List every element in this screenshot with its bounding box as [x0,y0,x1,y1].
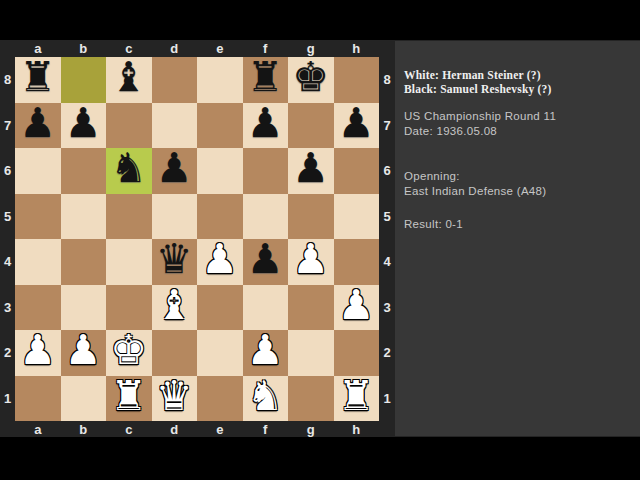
chess-board: ♜♝♜♚♟♟♟♟♞♟♟♛♟♟♟♝♟♟♟♚♟♜♛♞♜ [15,57,379,421]
rank-label-8: 8 [0,57,15,103]
square-c7[interactable] [106,103,152,149]
piece-black-pawn-f7[interactable]: ♟ [247,103,284,144]
square-h5[interactable] [334,194,380,240]
piece-white-queen-d1[interactable]: ♛ [156,376,193,417]
square-d7[interactable] [152,103,198,149]
square-a6[interactable] [15,148,61,194]
rank-label-1: 1 [379,376,395,422]
piece-black-knight-c6[interactable]: ♞ [110,148,147,189]
piece-black-queen-d4[interactable]: ♛ [156,239,193,280]
square-e1[interactable] [197,376,243,422]
piece-black-pawn-d6[interactable]: ♟ [156,148,193,189]
square-e7[interactable] [197,103,243,149]
square-e6[interactable] [197,148,243,194]
square-b2[interactable]: ♟ [61,330,107,376]
piece-white-rook-h1[interactable]: ♜ [338,376,375,417]
piece-black-pawn-h7[interactable]: ♟ [338,103,375,144]
event-line: US Championship Round 11 [404,109,640,124]
rank-label-8: 8 [379,57,395,103]
file-label-b: b [61,40,107,57]
piece-white-knight-f1[interactable]: ♞ [247,376,284,417]
square-b5[interactable] [61,194,107,240]
square-d8[interactable] [152,57,198,103]
square-e5[interactable] [197,194,243,240]
piece-black-pawn-a7[interactable]: ♟ [19,103,56,144]
square-e2[interactable] [197,330,243,376]
rank-label-3: 3 [379,285,395,331]
square-g5[interactable] [288,194,334,240]
rank-label-7: 7 [0,103,15,149]
piece-white-rook-c1[interactable]: ♜ [110,376,147,417]
file-labels-bottom: abcdefgh [15,421,379,437]
square-a3[interactable] [15,285,61,331]
piece-black-pawn-f4[interactable]: ♟ [247,239,284,280]
piece-black-pawn-g6[interactable]: ♟ [292,148,329,189]
piece-white-pawn-g4[interactable]: ♟ [292,239,329,280]
square-e3[interactable] [197,285,243,331]
piece-white-pawn-e4[interactable]: ♟ [201,239,238,280]
square-b4[interactable] [61,239,107,285]
square-d3[interactable]: ♝ [152,285,198,331]
square-d1[interactable]: ♛ [152,376,198,422]
square-g1[interactable] [288,376,334,422]
piece-white-pawn-b2[interactable]: ♟ [65,330,102,371]
file-label-c: c [106,421,152,437]
opening-name: East Indian Defense (A48) [404,184,640,199]
square-g7[interactable] [288,103,334,149]
square-f4[interactable]: ♟ [243,239,289,285]
square-g4[interactable]: ♟ [288,239,334,285]
game-info-sidebar: White: Herman Steiner (?) Black: Samuel … [395,41,640,436]
square-h3[interactable]: ♟ [334,285,380,331]
top-letterbox-bar [0,0,640,40]
square-a1[interactable] [15,376,61,422]
piece-black-pawn-b7[interactable]: ♟ [65,103,102,144]
rank-label-6: 6 [0,148,15,194]
rank-label-5: 5 [379,194,395,240]
square-d2[interactable] [152,330,198,376]
black-player-line: Black: Samuel Reshevsky (?) [404,82,640,96]
square-h1[interactable]: ♜ [334,376,380,422]
file-label-e: e [197,40,243,57]
piece-black-bishop-c8[interactable]: ♝ [110,57,147,98]
white-player-line: White: Herman Steiner (?) [404,68,640,82]
square-b3[interactable] [61,285,107,331]
rank-label-6: 6 [379,148,395,194]
file-label-b: b [61,421,107,437]
piece-white-king-c2[interactable]: ♚ [110,330,147,371]
square-c8[interactable]: ♝ [106,57,152,103]
square-h6[interactable] [334,148,380,194]
file-label-d: d [152,421,198,437]
piece-white-bishop-d3[interactable]: ♝ [156,285,193,326]
square-b7[interactable]: ♟ [61,103,107,149]
square-f7[interactable]: ♟ [243,103,289,149]
file-label-g: g [288,421,334,437]
rank-label-2: 2 [0,330,15,376]
piece-white-pawn-f2[interactable]: ♟ [247,330,284,371]
date-line: Date: 1936.05.08 [404,124,640,139]
piece-white-pawn-a2[interactable]: ♟ [19,330,56,371]
file-label-h: h [334,40,380,57]
square-b1[interactable] [61,376,107,422]
square-b6[interactable] [61,148,107,194]
square-a4[interactable] [15,239,61,285]
rank-label-2: 2 [379,330,395,376]
square-f1[interactable]: ♞ [243,376,289,422]
file-label-h: h [334,421,380,437]
square-h8[interactable] [334,57,380,103]
square-c6[interactable]: ♞ [106,148,152,194]
square-c3[interactable] [106,285,152,331]
square-d6[interactable]: ♟ [152,148,198,194]
square-h4[interactable] [334,239,380,285]
square-f6[interactable] [243,148,289,194]
file-label-d: d [152,40,198,57]
file-label-f: f [243,421,289,437]
square-d5[interactable] [152,194,198,240]
square-c1[interactable]: ♜ [106,376,152,422]
square-f8[interactable]: ♜ [243,57,289,103]
rank-label-5: 5 [0,194,15,240]
bottom-letterbox-bar [0,437,640,480]
opening-label: Openning: [404,169,640,184]
square-g3[interactable] [288,285,334,331]
result-line: Result: 0-1 [404,217,640,232]
square-e8[interactable] [197,57,243,103]
square-a8[interactable]: ♜ [15,57,61,103]
square-e4[interactable]: ♟ [197,239,243,285]
piece-black-rook-f8[interactable]: ♜ [247,57,284,98]
square-b8[interactable] [61,57,107,103]
file-label-a: a [15,421,61,437]
rank-label-1: 1 [0,376,15,422]
piece-black-rook-a8[interactable]: ♜ [19,57,56,98]
square-a7[interactable]: ♟ [15,103,61,149]
rank-label-3: 3 [0,285,15,331]
piece-black-king-g8[interactable]: ♚ [292,57,329,98]
square-g8[interactable]: ♚ [288,57,334,103]
square-a5[interactable] [15,194,61,240]
square-c4[interactable] [106,239,152,285]
square-f3[interactable] [243,285,289,331]
rank-label-7: 7 [379,103,395,149]
board-frame: abcdefgh 87654321 ♜♝♜♚♟♟♟♟♞♟♟♛♟♟♟♝♟♟♟♚♟♜… [0,40,640,437]
square-c5[interactable] [106,194,152,240]
video-frame: abcdefgh 87654321 ♜♝♜♚♟♟♟♟♞♟♟♛♟♟♟♝♟♟♟♚♟♜… [0,0,640,480]
rank-labels-right: 87654321 [379,57,395,421]
square-d4[interactable]: ♛ [152,239,198,285]
rank-label-4: 4 [379,239,395,285]
file-label-e: e [197,421,243,437]
square-h7[interactable]: ♟ [334,103,380,149]
square-g6[interactable]: ♟ [288,148,334,194]
piece-white-pawn-h3[interactable]: ♟ [338,285,375,326]
square-c2[interactable]: ♚ [106,330,152,376]
square-f2[interactable]: ♟ [243,330,289,376]
rank-label-4: 4 [0,239,15,285]
square-a2[interactable]: ♟ [15,330,61,376]
square-f5[interactable] [243,194,289,240]
square-h2[interactable] [334,330,380,376]
rank-labels-left: 87654321 [0,57,15,421]
square-g2[interactable] [288,330,334,376]
